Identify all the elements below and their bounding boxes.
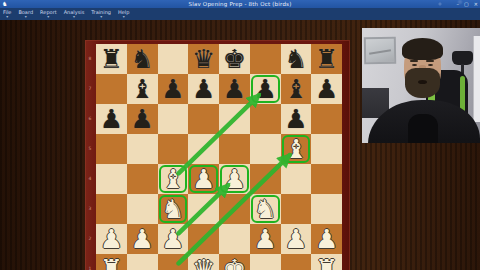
square-e1[interactable]: ♚ xyxy=(219,254,250,270)
eyebrow xyxy=(426,60,434,62)
chess-board[interactable]: ♜♞♛♚♞♜♝♟♟♟♟♝♟♟♟♟♝♝♟♟♞♞♟♟♟♟♟♟♜♛♚♜ xyxy=(96,44,342,270)
white-r-h1: ♜ xyxy=(315,254,338,270)
square-f5[interactable] xyxy=(250,134,281,164)
square-a2[interactable]: ♟ xyxy=(96,224,127,254)
square-b5[interactable] xyxy=(127,134,158,164)
maximize-button[interactable]: ▢ xyxy=(464,0,469,8)
menu-item-board[interactable]: Board▾ xyxy=(18,9,33,19)
black-q-d8: ♛ xyxy=(192,44,215,74)
square-a5[interactable] xyxy=(96,134,127,164)
menu-item-file[interactable]: File▾ xyxy=(3,9,11,19)
square-b1[interactable] xyxy=(127,254,158,270)
square-b8[interactable]: ♞ xyxy=(127,44,158,74)
streamer-shirt xyxy=(408,114,438,143)
wall-picture xyxy=(364,37,396,65)
square-b6[interactable]: ♟ xyxy=(127,104,158,134)
black-k-e8: ♚ xyxy=(223,44,246,74)
chevron-down-icon: ▾ xyxy=(73,15,75,19)
square-f8[interactable] xyxy=(250,44,281,74)
floor-lamp xyxy=(452,51,473,65)
black-r-a8: ♜ xyxy=(100,44,123,74)
black-p-f7: ♟ xyxy=(253,74,276,104)
square-d3[interactable] xyxy=(188,194,219,224)
square-c8[interactable] xyxy=(158,44,189,74)
square-h4[interactable] xyxy=(311,164,342,194)
square-g7[interactable]: ♝ xyxy=(281,74,312,104)
square-b7[interactable]: ♝ xyxy=(127,74,158,104)
square-f1[interactable] xyxy=(250,254,281,270)
square-h8[interactable]: ♜ xyxy=(311,44,342,74)
white-p-e4: ♟ xyxy=(223,164,246,194)
square-f7[interactable]: ♟ xyxy=(250,74,281,104)
white-n-c3: ♞ xyxy=(161,194,184,224)
webcam-overlay xyxy=(362,28,480,143)
square-e4[interactable]: ♟ xyxy=(219,164,250,194)
square-c3[interactable]: ♞ xyxy=(158,194,189,224)
square-g2[interactable]: ♟ xyxy=(281,224,312,254)
chevron-down-icon: ▾ xyxy=(47,15,49,19)
menu-items: File▾Board▾Report▾Analysis▾Training▾Help… xyxy=(0,8,480,20)
square-c7[interactable]: ♟ xyxy=(158,74,189,104)
close-button[interactable]: ✕ xyxy=(474,0,478,8)
rank-label-1: 1 xyxy=(85,254,95,270)
white-b-g5: ♝ xyxy=(284,134,307,164)
square-h3[interactable] xyxy=(311,194,342,224)
rank-label-3: 3 xyxy=(85,194,95,224)
white-p-d4: ♟ xyxy=(192,164,215,194)
square-b2[interactable]: ♟ xyxy=(127,224,158,254)
square-c5[interactable] xyxy=(158,134,189,164)
square-f3[interactable]: ♞ xyxy=(250,194,281,224)
black-p-h7: ♟ xyxy=(315,74,338,104)
square-f4[interactable] xyxy=(250,164,281,194)
black-b-g7: ♝ xyxy=(284,74,307,104)
square-h5[interactable] xyxy=(311,134,342,164)
square-a8[interactable]: ♜ xyxy=(96,44,127,74)
square-d8[interactable]: ♛ xyxy=(188,44,219,74)
rank-label-4: 4 xyxy=(85,164,95,194)
chevron-down-icon: ▾ xyxy=(6,15,8,19)
rank-label-7: 7 xyxy=(85,74,95,104)
square-d4[interactable]: ♟ xyxy=(188,164,219,194)
white-p-g2: ♟ xyxy=(284,224,307,254)
square-e2[interactable] xyxy=(219,224,250,254)
square-e6[interactable] xyxy=(219,104,250,134)
white-p-h2: ♟ xyxy=(315,224,338,254)
square-f2[interactable]: ♟ xyxy=(250,224,281,254)
black-p-b6: ♟ xyxy=(130,104,153,134)
square-e7[interactable]: ♟ xyxy=(219,74,250,104)
title-bar: ♞ Slav Opening Prep - 8th Oct (birds) –▢… xyxy=(0,0,480,8)
rank-label-5: 5 xyxy=(85,134,95,164)
eyebrow xyxy=(410,60,418,62)
rank-label-6: 6 xyxy=(85,104,95,134)
square-a1[interactable]: ♜ xyxy=(96,254,127,270)
square-a6[interactable]: ♟ xyxy=(96,104,127,134)
door-frame xyxy=(473,36,480,122)
black-p-g6: ♟ xyxy=(284,104,307,134)
window-controls: –▢✕ xyxy=(457,0,478,8)
square-d7[interactable]: ♟ xyxy=(188,74,219,104)
white-p-c2: ♟ xyxy=(161,224,184,254)
white-p-f2: ♟ xyxy=(253,224,276,254)
square-e8[interactable]: ♚ xyxy=(219,44,250,74)
square-c6[interactable] xyxy=(158,104,189,134)
menu-item-analysis[interactable]: Analysis▾ xyxy=(64,9,85,19)
menu-item-training[interactable]: Training▾ xyxy=(91,9,111,19)
square-g5[interactable]: ♝ xyxy=(281,134,312,164)
rank-label-2: 2 xyxy=(85,224,95,254)
square-c2[interactable]: ♟ xyxy=(158,224,189,254)
rank-label-8: 8 xyxy=(85,44,95,74)
square-e5[interactable] xyxy=(219,134,250,164)
white-p-b2: ♟ xyxy=(130,224,153,254)
square-g6[interactable]: ♟ xyxy=(281,104,312,134)
black-p-c7: ♟ xyxy=(161,74,184,104)
black-p-e7: ♟ xyxy=(223,74,246,104)
chevron-down-icon: ▾ xyxy=(123,15,125,19)
square-b4[interactable] xyxy=(127,164,158,194)
square-a7[interactable] xyxy=(96,74,127,104)
window-title: Slav Opening Prep - 8th Oct (birds) xyxy=(0,0,480,8)
white-q-d1: ♛ xyxy=(192,254,215,270)
white-r-a1: ♜ xyxy=(100,254,123,270)
black-n-g8: ♞ xyxy=(284,44,307,74)
square-d5[interactable] xyxy=(188,134,219,164)
chevron-down-icon: ▾ xyxy=(25,15,27,19)
square-g3[interactable] xyxy=(281,194,312,224)
white-n-f3: ♞ xyxy=(253,194,276,224)
square-h6[interactable] xyxy=(311,104,342,134)
square-g1[interactable] xyxy=(281,254,312,270)
square-d2[interactable] xyxy=(188,224,219,254)
black-r-h8: ♜ xyxy=(315,44,338,74)
square-b3[interactable] xyxy=(127,194,158,224)
square-d6[interactable] xyxy=(188,104,219,134)
chevron-down-icon: ▾ xyxy=(100,15,102,19)
streamer-face xyxy=(404,41,441,94)
eye xyxy=(428,64,433,66)
minimize-button[interactable]: – xyxy=(457,0,460,8)
square-c4[interactable]: ♝ xyxy=(158,164,189,194)
white-p-a2: ♟ xyxy=(100,224,123,254)
black-b-b7: ♝ xyxy=(130,74,153,104)
menu-item-help[interactable]: Help▾ xyxy=(118,9,129,19)
square-f6[interactable] xyxy=(250,104,281,134)
streamer-beard xyxy=(405,68,440,98)
white-k-e1: ♚ xyxy=(223,254,246,270)
square-a3[interactable] xyxy=(96,194,127,224)
mouth xyxy=(418,80,427,84)
black-n-b8: ♞ xyxy=(130,44,153,74)
square-h7[interactable]: ♟ xyxy=(311,74,342,104)
stream-screen: ♞ Slav Opening Prep - 8th Oct (birds) –▢… xyxy=(0,0,480,270)
rank-coordinates: 87654321 xyxy=(85,44,96,270)
wood-background: 87654321 abcdefgh ♜♞♛♚♞♜♝♟♟♟♟♝♟♟♟♟♝♝♟♟♞♞… xyxy=(0,20,480,270)
white-b-c4: ♝ xyxy=(161,164,184,194)
streamer-hair xyxy=(402,38,443,60)
chess-board-frame: 87654321 abcdefgh ♜♞♛♚♞♜♝♟♟♟♟♝♟♟♟♟♝♝♟♟♞♞… xyxy=(85,40,350,270)
square-g4[interactable] xyxy=(281,164,312,194)
menu-item-report[interactable]: Report▾ xyxy=(40,9,57,19)
square-h1[interactable]: ♜ xyxy=(311,254,342,270)
menu-bar: File▾Board▾Report▾Analysis▾Training▾Help… xyxy=(0,8,480,20)
square-e3[interactable] xyxy=(219,194,250,224)
square-a4[interactable] xyxy=(96,164,127,194)
black-p-a6: ♟ xyxy=(100,104,123,134)
square-g8[interactable]: ♞ xyxy=(281,44,312,74)
square-d1[interactable]: ♛ xyxy=(188,254,219,270)
eye xyxy=(412,64,417,66)
square-c1[interactable] xyxy=(158,254,189,270)
black-p-d7: ♟ xyxy=(192,74,215,104)
square-h2[interactable]: ♟ xyxy=(311,224,342,254)
